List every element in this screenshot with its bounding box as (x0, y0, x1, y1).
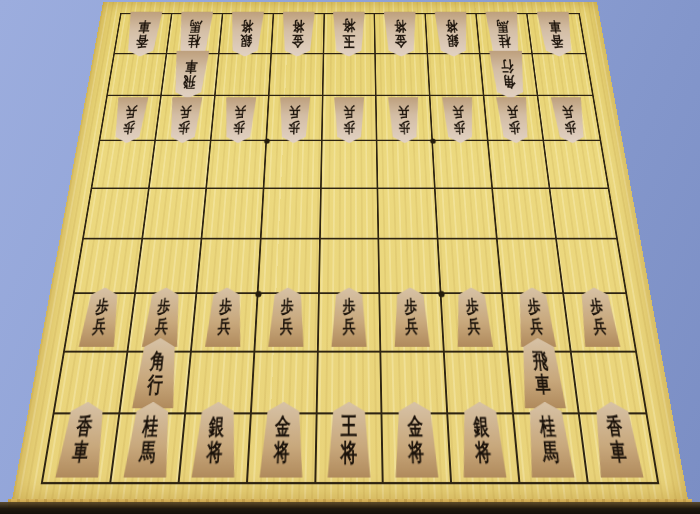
board-cell[interactable] (533, 54, 592, 96)
shogi-piece-p-gote[interactable]: 歩兵 (495, 97, 532, 143)
board-cell[interactable]: 桂馬 (111, 415, 185, 482)
piece-kanji: 歩 (563, 120, 576, 135)
piece-kanji: 歩 (344, 120, 355, 135)
piece-kanji: 将 (240, 19, 253, 34)
piece-kanji: 行 (146, 373, 164, 397)
board-cell[interactable] (436, 189, 498, 240)
piece-kanji: 香 (75, 414, 94, 439)
piece-kanji: 車 (534, 373, 552, 397)
piece-kanji: 香 (605, 414, 624, 439)
piece-kanji: 兵 (467, 316, 481, 335)
shogi-piece-p-sente[interactable]: 歩兵 (453, 287, 493, 346)
piece-kanji: 歩 (233, 120, 245, 135)
board-cell[interactable]: 銀将 (219, 14, 273, 54)
board-cell[interactable] (376, 54, 431, 96)
board-cell[interactable] (215, 54, 271, 96)
board-cell[interactable] (551, 189, 617, 240)
piece-kanji: 兵 (217, 316, 231, 335)
board-cell[interactable]: 香車 (580, 415, 657, 482)
board-cell[interactable]: 歩兵 (100, 96, 161, 141)
board-cell[interactable]: 銀将 (179, 415, 251, 482)
piece-kanji: 兵 (344, 105, 355, 120)
piece-kanji: 兵 (179, 105, 192, 120)
board-cell[interactable] (489, 141, 551, 189)
board-cell[interactable]: 香車 (43, 415, 120, 482)
board-cell[interactable] (323, 54, 377, 96)
piece-kanji: 兵 (280, 316, 293, 335)
piece-kanji: 歩 (281, 297, 294, 316)
piece-kanji: 馬 (541, 439, 559, 464)
piece-kanji: 兵 (343, 316, 356, 335)
shogi-piece-l-gote[interactable]: 香車 (123, 11, 163, 56)
piece-kanji: 歩 (122, 120, 135, 135)
board-cell[interactable]: 歩兵 (255, 294, 319, 352)
piece-kanji: 王 (341, 413, 357, 439)
piece-kanji: 香 (550, 33, 564, 48)
piece-kanji: 兵 (289, 105, 301, 120)
piece-kanji: 歩 (453, 120, 465, 135)
board-cell[interactable]: 歩兵 (322, 96, 378, 141)
board-cell[interactable]: 歩兵 (318, 294, 381, 352)
shogi-piece-p-gote[interactable]: 歩兵 (550, 97, 589, 143)
piece-kanji: 銀 (473, 414, 490, 439)
piece-kanji: 兵 (561, 105, 574, 120)
piece-kanji: 桂 (538, 414, 556, 439)
board-cell[interactable]: 歩兵 (431, 96, 489, 141)
piece-kanji: 歩 (178, 120, 191, 135)
shogi-piece-p-gote[interactable]: 歩兵 (277, 97, 311, 143)
shogi-piece-l-gote[interactable]: 香車 (536, 11, 576, 56)
shogi-piece-n-gote[interactable]: 桂馬 (175, 11, 214, 56)
piece-kanji: 将 (445, 19, 458, 34)
board-cell[interactable] (321, 141, 378, 189)
board-cell[interactable]: 銀将 (426, 14, 480, 54)
piece-kanji: 歩 (527, 297, 542, 316)
shogi-piece-s-gote[interactable]: 銀将 (227, 11, 264, 56)
piece-kanji: 歩 (219, 297, 233, 316)
board-cell[interactable]: 歩兵 (564, 294, 635, 352)
board-cell[interactable]: 歩兵 (381, 294, 445, 352)
board-cell[interactable] (493, 189, 557, 240)
board-cell[interactable] (92, 141, 156, 189)
board-cell[interactable]: 歩兵 (442, 294, 509, 352)
board-cell[interactable] (202, 189, 264, 240)
piece-kanji: 歩 (157, 297, 172, 316)
piece-kanji: 金 (407, 414, 423, 439)
shogi-piece-b-gote[interactable]: 角行 (489, 51, 529, 99)
piece-kanji: 金 (291, 33, 304, 48)
board-cell[interactable] (378, 141, 436, 189)
board-cell[interactable] (261, 189, 321, 240)
star-point (439, 291, 446, 297)
board-cell[interactable] (319, 240, 380, 294)
piece-kanji: 飛 (532, 350, 549, 373)
piece-kanji: 将 (274, 439, 291, 464)
board-cell[interactable] (428, 54, 484, 96)
piece-kanji: 歩 (589, 297, 604, 316)
board-shadow (0, 502, 700, 514)
piece-kanji: 兵 (592, 316, 608, 335)
piece-kanji: 歩 (95, 297, 110, 316)
piece-kanji: 歩 (398, 120, 410, 135)
shogi-piece-p-sente[interactable]: 歩兵 (392, 287, 430, 346)
board-cell[interactable]: 香車 (528, 14, 585, 54)
shogi-piece-p-gote[interactable]: 歩兵 (333, 97, 365, 143)
piece-kanji: 角 (149, 350, 166, 373)
piece-kanji: 歩 (466, 297, 480, 316)
board-cell[interactable]: 銀将 (449, 415, 521, 482)
piece-kanji: 銀 (446, 33, 459, 48)
photo-of-shogi-board: 香車桂馬銀将金将玉将金将銀将桂馬香車飛車角行歩兵歩兵歩兵歩兵歩兵歩兵歩兵歩兵歩兵… (0, 0, 700, 514)
board-cell[interactable] (143, 189, 207, 240)
piece-kanji: 金 (395, 33, 408, 48)
piece-kanji: 馬 (496, 19, 510, 34)
board-cell[interactable] (433, 141, 493, 189)
shogi-piece-g-gote[interactable]: 金将 (383, 11, 418, 56)
piece-kanji: 行 (500, 59, 514, 75)
piece-kanji: 銀 (208, 414, 225, 439)
piece-kanji: 歩 (288, 120, 300, 135)
piece-kanji: 兵 (125, 105, 138, 120)
shogi-piece-n-gote[interactable]: 桂馬 (485, 11, 524, 56)
shogi-piece-p-gote[interactable]: 歩兵 (222, 97, 257, 143)
piece-kanji: 桂 (187, 33, 201, 48)
shogi-piece-p-gote[interactable]: 歩兵 (441, 97, 476, 143)
board-cell[interactable]: 桂馬 (167, 14, 223, 54)
board-cell[interactable]: 歩兵 (538, 96, 599, 141)
shogi-board: 香車桂馬銀将金将玉将金将銀将桂馬香車飛車角行歩兵歩兵歩兵歩兵歩兵歩兵歩兵歩兵歩兵… (12, 2, 688, 500)
board-cell[interactable] (557, 240, 625, 294)
piece-kanji: 将 (343, 18, 356, 34)
board-cell[interactable]: 歩兵 (377, 96, 433, 141)
piece-kanji: 兵 (398, 105, 410, 120)
board-cell[interactable]: 金将 (272, 14, 325, 54)
board-cell[interactable] (379, 189, 439, 240)
board-cell[interactable]: 金将 (383, 415, 452, 482)
shogi-piece-p-sente[interactable]: 歩兵 (268, 287, 306, 346)
shogi-piece-p-sente[interactable]: 歩兵 (514, 287, 557, 346)
shogi-piece-s-gote[interactable]: 銀将 (434, 11, 471, 56)
shogi-piece-p-sente[interactable]: 歩兵 (576, 287, 621, 346)
piece-kanji: 金 (275, 414, 291, 439)
board-cell[interactable] (439, 240, 503, 294)
piece-kanji: 兵 (452, 105, 464, 120)
shogi-piece-k-sente[interactable]: 王将 (327, 402, 371, 478)
piece-kanji: 角 (502, 74, 516, 90)
piece-kanji: 玉 (343, 33, 356, 49)
piece-kanji: 桂 (141, 414, 159, 439)
piece-kanji: 将 (206, 439, 223, 464)
piece-kanji: 兵 (234, 105, 246, 120)
piece-kanji: 歩 (508, 120, 521, 135)
perspective-scene: 香車桂馬銀将金将玉将金将銀将桂馬香車飛車角行歩兵歩兵歩兵歩兵歩兵歩兵歩兵歩兵歩兵… (0, 0, 700, 514)
piece-kanji: 兵 (529, 316, 544, 335)
board-cell[interactable] (544, 141, 608, 189)
board-cell[interactable]: 飛車 (162, 54, 220, 96)
piece-kanji: 馬 (138, 439, 156, 464)
piece-kanji: 桂 (498, 33, 512, 48)
piece-kanji: 銀 (239, 33, 252, 48)
board-cell[interactable] (207, 141, 267, 189)
board-cell[interactable]: 桂馬 (477, 14, 533, 54)
board-cell[interactable] (264, 141, 322, 189)
board-cell[interactable] (380, 240, 442, 294)
board-cell[interactable]: 歩兵 (485, 96, 545, 141)
board-cell[interactable]: 歩兵 (192, 294, 259, 352)
piece-kanji: 車 (548, 19, 562, 34)
board-cell[interactable] (320, 189, 379, 240)
board-cell[interactable] (84, 189, 150, 240)
piece-kanji: 車 (609, 439, 628, 464)
piece-kanji: 車 (137, 19, 151, 34)
piece-kanji: 将 (341, 439, 358, 466)
board-cell[interactable]: 桂馬 (514, 415, 588, 482)
board-cell[interactable]: 歩兵 (267, 96, 323, 141)
board-grid: 香車桂馬銀将金将玉将金将銀将桂馬香車飛車角行歩兵歩兵歩兵歩兵歩兵歩兵歩兵歩兵歩兵… (41, 13, 660, 484)
board-cell[interactable] (258, 240, 320, 294)
piece-kanji: 将 (394, 19, 406, 34)
shogi-piece-g-gote[interactable]: 金将 (280, 11, 315, 56)
piece-kanji: 歩 (343, 297, 356, 316)
board-cell[interactable] (149, 141, 211, 189)
board-cell[interactable] (197, 240, 261, 294)
piece-kanji: 車 (184, 59, 198, 75)
board-cell[interactable] (75, 240, 143, 294)
board-cell[interactable] (498, 240, 564, 294)
shogi-piece-p-sente[interactable]: 歩兵 (141, 287, 184, 346)
piece-kanji: 香 (135, 33, 149, 48)
board-cell[interactable] (108, 54, 167, 96)
piece-kanji: 飛 (182, 74, 196, 90)
star-point (430, 139, 436, 144)
piece-kanji: 将 (292, 19, 304, 34)
board-cell[interactable]: 歩兵 (65, 294, 136, 352)
board-cell[interactable] (136, 240, 202, 294)
piece-kanji: 車 (71, 439, 90, 464)
shogi-piece-p-gote[interactable]: 歩兵 (166, 97, 203, 143)
board-cell[interactable]: 歩兵 (211, 96, 269, 141)
shogi-piece-r-gote[interactable]: 飛車 (170, 51, 210, 99)
piece-kanji: 兵 (405, 316, 418, 335)
board-cell[interactable]: 角行 (481, 54, 539, 96)
piece-kanji: 将 (475, 439, 492, 464)
shogi-piece-p-gote[interactable]: 歩兵 (111, 97, 150, 143)
piece-kanji: 歩 (404, 297, 417, 316)
shogi-piece-p-gote[interactable]: 歩兵 (387, 97, 420, 143)
shogi-piece-p-sente[interactable]: 歩兵 (204, 287, 244, 346)
piece-kanji: 兵 (154, 316, 169, 335)
piece-kanji: 将 (408, 439, 425, 464)
board-cell[interactable]: 玉将 (324, 14, 376, 54)
shogi-piece-k-gote[interactable]: 玉将 (332, 11, 366, 56)
board-cell[interactable]: 金将 (248, 415, 317, 482)
shogi-piece-p-sente[interactable]: 歩兵 (331, 287, 368, 346)
shogi-piece-p-sente[interactable]: 歩兵 (78, 287, 123, 346)
board-cell[interactable]: 歩兵 (156, 96, 216, 141)
board-cell[interactable]: 香車 (115, 14, 172, 54)
board-cell[interactable] (269, 54, 324, 96)
piece-kanji: 馬 (189, 19, 203, 34)
piece-kanji: 兵 (506, 105, 519, 120)
board-cell[interactable]: 王将 (316, 415, 384, 482)
board-cell[interactable]: 金将 (375, 14, 428, 54)
piece-kanji: 兵 (92, 316, 108, 335)
